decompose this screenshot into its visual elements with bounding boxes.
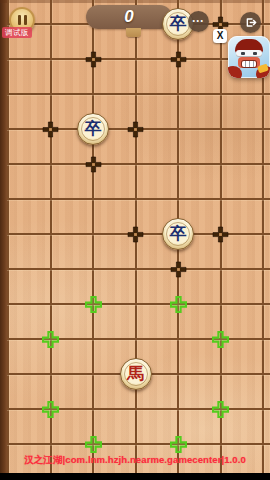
grid-line-horizontal: [7, 93, 270, 95]
grid-line-horizontal: [7, 163, 270, 165]
score-pill-nub: [126, 28, 141, 37]
move-marker-green[interactable]: [42, 401, 59, 418]
move-marker-green[interactable]: [170, 436, 187, 453]
package-watermark: 汉之江湖|com.lnm.hzjh.nearme.gamecenter|1.0.…: [0, 454, 270, 467]
game-ad-icon[interactable]: [228, 36, 270, 78]
piece-red-horse[interactable]: 馬: [120, 358, 152, 390]
move-marker-dark[interactable]: [127, 226, 144, 243]
grid-line-horizontal: [7, 443, 270, 445]
grid-line-horizontal: [7, 268, 270, 270]
exit-door-arrow-icon: [244, 16, 257, 29]
exit-button[interactable]: [240, 12, 261, 33]
move-marker-dark[interactable]: [127, 121, 144, 138]
ad-character-teeth: [242, 61, 256, 67]
move-marker-green[interactable]: [85, 436, 102, 453]
score-value: 0: [124, 7, 133, 27]
grid-line-horizontal: [7, 303, 270, 305]
pause-icon: [24, 15, 27, 25]
debug-version-badge: 调试版: [2, 27, 32, 38]
move-marker-dark[interactable]: [85, 51, 102, 68]
grid-line-vertical: [92, 0, 94, 473]
ad-close-button[interactable]: X: [213, 29, 227, 43]
move-marker-green[interactable]: [212, 401, 229, 418]
game-screen: 卒卒卒馬 0 调试版 ••• X 汉之江湖|com.lnm.hzjh.nearm…: [0, 0, 270, 480]
bottom-nav-bar: [0, 473, 270, 480]
move-marker-green[interactable]: [42, 331, 59, 348]
move-marker-dark[interactable]: [42, 121, 59, 138]
pause-icon: [18, 15, 21, 25]
move-marker-dark[interactable]: [85, 156, 102, 173]
grid-line-horizontal: [7, 198, 270, 200]
grid-line-vertical: [7, 0, 9, 473]
move-marker-dark[interactable]: [170, 261, 187, 278]
piece-black-soldier[interactable]: 卒: [77, 113, 109, 145]
ad-character-goggles: [236, 50, 262, 57]
ellipsis-icon: •••: [193, 17, 205, 24]
move-marker-dark[interactable]: [170, 51, 187, 68]
more-button[interactable]: •••: [188, 11, 209, 32]
move-marker-dark[interactable]: [212, 226, 229, 243]
piece-black-soldier[interactable]: 卒: [162, 218, 194, 250]
move-marker-green[interactable]: [85, 296, 102, 313]
move-marker-green[interactable]: [212, 331, 229, 348]
move-marker-green[interactable]: [170, 296, 187, 313]
score-pill: 0: [86, 5, 172, 29]
